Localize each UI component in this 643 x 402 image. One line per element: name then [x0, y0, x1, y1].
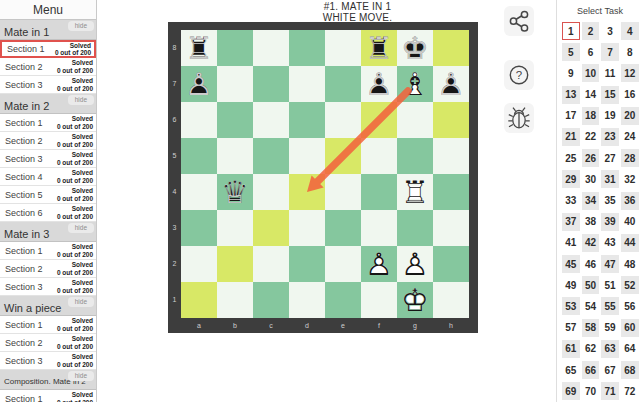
square-g8[interactable]: ♚♔ — [397, 30, 433, 66]
rank-label-2: 2 — [170, 260, 179, 268]
piece-white-pawn-g2[interactable]: ♟♙ — [397, 246, 433, 282]
square-h1[interactable] — [433, 282, 469, 318]
piece-white-rook-g4[interactable]: ♜♖ — [397, 174, 433, 210]
progress-label: 0 out of 200 — [57, 361, 93, 369]
task-cell-18[interactable]: 18 — [582, 107, 600, 125]
chess-board: ♜♖♜♖♚♔♟♙♟♙♝♗♟♙♛♕♜♖♟♙♟♙♚♔ 87654321abcdefg… — [168, 22, 478, 333]
piece-white-king-g1[interactable]: ♚♔ — [397, 282, 433, 318]
board-squares: ♜♖♜♖♚♔♟♙♟♙♝♗♟♙♛♕♜♖♟♙♟♙♚♔ — [181, 30, 469, 318]
square-g7[interactable]: ♝♗ — [397, 66, 433, 102]
piece-glyph-outline: ♗ — [397, 66, 433, 102]
app: Menu Mate in 1hideSection 1Solved0 out o… — [0, 0, 643, 402]
square-h5[interactable] — [433, 138, 469, 174]
section-status: Solved0 out of 200 — [57, 261, 93, 276]
square-d8[interactable] — [289, 30, 325, 66]
square-h6[interactable] — [433, 102, 469, 138]
progress-label: 0 out of 200 — [57, 325, 93, 333]
square-d7[interactable] — [289, 66, 325, 102]
rank-label-8: 8 — [170, 44, 179, 52]
task-cell-52[interactable]: 52 — [621, 276, 639, 294]
task-panel: Select Task 1234567891011121314151617181… — [556, 0, 643, 402]
square-f1[interactable] — [361, 282, 397, 318]
section-status: Solved0 out of 200 — [57, 77, 93, 92]
piece-glyph-outline: ♙ — [433, 66, 469, 102]
task-cell-22[interactable]: 22 — [582, 128, 600, 146]
square-b3[interactable] — [217, 210, 253, 246]
task-cell-47[interactable]: 47 — [601, 255, 619, 273]
task-cell-30[interactable]: 30 — [582, 170, 600, 188]
solved-label: Solved — [57, 243, 93, 251]
piece-glyph-outline: ♖ — [361, 30, 397, 66]
task-cell-14[interactable]: 14 — [582, 86, 600, 104]
square-d4[interactable] — [289, 174, 325, 210]
task-cell-50[interactable]: 50 — [582, 276, 600, 294]
sidebar-section-mate-in-2-section-3[interactable]: Section 3Solved0 out of 200 — [0, 150, 96, 168]
hide-button[interactable]: hide — [68, 223, 94, 233]
section-label: Section 3 — [5, 80, 43, 90]
bug-icon — [504, 103, 534, 133]
section-label: Section 1 — [7, 44, 45, 54]
square-d5[interactable] — [289, 138, 325, 174]
group-label: Mate in 2 — [4, 100, 49, 112]
group-header-mate-in-3: Mate in 3hide — [0, 222, 96, 242]
task-cell-62[interactable]: 62 — [582, 340, 600, 358]
task-cell-20[interactable]: 20 — [621, 107, 639, 125]
file-label-g: g — [397, 322, 433, 330]
group-label: Mate in 1 — [4, 26, 49, 38]
task-cell-19[interactable]: 19 — [601, 107, 619, 125]
hide-button[interactable]: hide — [68, 95, 94, 105]
section-status: Solved0 out of 200 — [57, 391, 93, 402]
piece-glyph-outline: ♙ — [361, 246, 397, 282]
task-cell-1[interactable]: 1 — [562, 22, 580, 40]
rank-label-6: 6 — [170, 116, 179, 124]
square-b7[interactable] — [217, 66, 253, 102]
task-cell-45[interactable]: 45 — [562, 255, 580, 273]
task-cell-60[interactable]: 60 — [621, 319, 639, 337]
task-cell-7[interactable]: 7 — [601, 43, 619, 61]
piece-black-rook-f8[interactable]: ♜♖ — [361, 30, 397, 66]
square-e8[interactable] — [325, 30, 361, 66]
task-cell-37[interactable]: 37 — [562, 213, 580, 231]
section-label: Section 3 — [5, 356, 43, 366]
piece-black-queen-b4[interactable]: ♛♕ — [217, 174, 253, 210]
progress-label: 0 out of 200 — [57, 251, 93, 259]
square-b1[interactable] — [217, 282, 253, 318]
square-h7[interactable]: ♟♙ — [433, 66, 469, 102]
piece-black-pawn-h7[interactable]: ♟♙ — [433, 66, 469, 102]
square-b2[interactable] — [217, 246, 253, 282]
task-cell-66[interactable]: 66 — [582, 361, 600, 379]
task-cell-16[interactable]: 16 — [621, 86, 639, 104]
square-a1[interactable] — [181, 282, 217, 318]
file-label-a: a — [181, 322, 217, 330]
task-cell-40[interactable]: 40 — [621, 213, 639, 231]
piece-glyph-outline: ♙ — [397, 246, 433, 282]
task-cell-71[interactable]: 71 — [601, 382, 619, 400]
section-label: Section 1 — [5, 246, 43, 256]
square-f8[interactable]: ♜♖ — [361, 30, 397, 66]
square-d1[interactable] — [289, 282, 325, 318]
square-e5[interactable] — [325, 138, 361, 174]
menu-title: Menu — [0, 0, 96, 20]
help-button[interactable]: ? — [504, 60, 534, 90]
task-cell-23[interactable]: 23 — [601, 128, 619, 146]
task-cell-32[interactable]: 32 — [621, 170, 639, 188]
rank-label-3: 3 — [170, 224, 179, 232]
sidebar-section-mate-in-3-section-1[interactable]: Section 1Solved0 out of 200 — [0, 242, 96, 260]
section-status: Solved0 out of 200 — [57, 151, 93, 166]
progress-label: 0 out of 200 — [57, 67, 93, 75]
hide-button[interactable]: hide — [68, 297, 94, 307]
square-e7[interactable] — [325, 66, 361, 102]
group-header-composition-mate-in-2: Composition. Mate in 2hide — [0, 370, 96, 390]
square-h4[interactable] — [433, 174, 469, 210]
square-a7[interactable]: ♟♙ — [181, 66, 217, 102]
square-a3[interactable] — [181, 210, 217, 246]
task-cell-48[interactable]: 48 — [621, 255, 639, 273]
sidebar-section-mate-in-2-section-1[interactable]: Section 1Solved0 out of 200 — [0, 114, 96, 132]
puzzle-title-line1: #1. MATE IN 1 — [180, 2, 535, 13]
file-label-h: h — [433, 322, 469, 330]
solved-label: Solved — [57, 205, 93, 213]
task-cell-38[interactable]: 38 — [582, 213, 600, 231]
square-g5[interactable] — [397, 138, 433, 174]
section-label: Section 5 — [5, 190, 43, 200]
progress-label: 0 out of 200 — [57, 123, 93, 131]
task-cell-57[interactable]: 57 — [562, 319, 580, 337]
piece-glyph-outline: ♙ — [181, 66, 217, 102]
task-cell-33[interactable]: 33 — [562, 192, 580, 210]
file-label-d: d — [289, 322, 325, 330]
section-label: Section 1 — [5, 320, 43, 330]
task-cell-54[interactable]: 54 — [582, 297, 600, 315]
section-status: Solved0 out of 200 — [57, 59, 93, 74]
square-g6[interactable] — [397, 102, 433, 138]
solved-label: Solved — [57, 77, 93, 85]
piece-glyph-outline: ♖ — [397, 174, 433, 210]
square-b6[interactable] — [217, 102, 253, 138]
section-status: Solved0 out of 200 — [55, 42, 91, 57]
task-cell-24[interactable]: 24 — [621, 128, 639, 146]
square-f5[interactable] — [361, 138, 397, 174]
sidebar: Menu Mate in 1hideSection 1Solved0 out o… — [0, 0, 97, 402]
sidebar-section-mate-in-1-section-1[interactable]: Section 1Solved0 out of 200 — [0, 40, 96, 58]
square-g4[interactable]: ♜♖ — [397, 174, 433, 210]
task-cell-29[interactable]: 29 — [562, 170, 580, 188]
sidebar-section-mate-in-3-section-2[interactable]: Section 2Solved0 out of 200 — [0, 260, 96, 278]
sidebar-section-win-a-piece-section-1[interactable]: Section 1Solved0 out of 200 — [0, 316, 96, 334]
square-f4[interactable] — [361, 174, 397, 210]
task-cell-2[interactable]: 2 — [582, 22, 600, 40]
sidebar-section-mate-in-2-section-4[interactable]: Section 4Solved0 out of 200 — [0, 168, 96, 186]
piece-glyph-outline: ♔ — [397, 30, 433, 66]
square-c4[interactable] — [253, 174, 289, 210]
task-cell-31[interactable]: 31 — [601, 170, 619, 188]
square-f6[interactable] — [361, 102, 397, 138]
task-cell-70[interactable]: 70 — [582, 382, 600, 400]
square-e1[interactable] — [325, 282, 361, 318]
progress-label: 0 out of 200 — [57, 213, 93, 221]
group-header-mate-in-1: Mate in 1hide — [0, 20, 96, 40]
section-label: Section 2 — [5, 338, 43, 348]
task-cell-15[interactable]: 15 — [601, 86, 619, 104]
task-cell-51[interactable]: 51 — [601, 276, 619, 294]
task-cell-43[interactable]: 43 — [601, 234, 619, 252]
solved-label: Solved — [57, 133, 93, 141]
section-label: Section 2 — [5, 62, 43, 72]
group-header-mate-in-2: Mate in 2hide — [0, 94, 96, 114]
solved-label: Solved — [55, 42, 91, 50]
square-e6[interactable] — [325, 102, 361, 138]
report-bug-button[interactable] — [504, 103, 534, 133]
square-a2[interactable] — [181, 246, 217, 282]
piece-glyph-outline: ♙ — [361, 66, 397, 102]
section-status: Solved0 out of 200 — [57, 133, 93, 148]
task-cell-35[interactable]: 35 — [601, 192, 619, 210]
task-cell-39[interactable]: 39 — [601, 213, 619, 231]
task-cell-17[interactable]: 17 — [562, 107, 580, 125]
section-status: Solved0 out of 200 — [57, 115, 93, 130]
progress-label: 0 out of 200 — [57, 287, 93, 295]
sidebar-section-mate-in-2-section-6[interactable]: Section 6Solved0 out of 200 — [0, 204, 96, 222]
progress-label: 0 out of 200 — [57, 141, 93, 149]
task-cell-58[interactable]: 58 — [582, 319, 600, 337]
share-button[interactable] — [504, 6, 534, 36]
task-cell-13[interactable]: 13 — [562, 86, 580, 104]
task-cell-11[interactable]: 11 — [601, 64, 619, 82]
task-cell-36[interactable]: 36 — [621, 192, 639, 210]
group-header-win-a-piece: Win a piecehide — [0, 296, 96, 316]
task-cell-21[interactable]: 21 — [562, 128, 580, 146]
square-a5[interactable] — [181, 138, 217, 174]
square-c1[interactable] — [253, 282, 289, 318]
hide-button[interactable]: hide — [68, 371, 94, 381]
solved-label: Solved — [57, 151, 93, 159]
task-cell-41[interactable]: 41 — [562, 234, 580, 252]
section-label: Section 2 — [5, 264, 43, 274]
task-cell-65[interactable]: 65 — [562, 361, 580, 379]
section-label: Section 3 — [5, 282, 43, 292]
square-h3[interactable] — [433, 210, 469, 246]
file-label-b: b — [217, 322, 253, 330]
solved-label: Solved — [57, 317, 93, 325]
task-cell-53[interactable]: 53 — [562, 297, 580, 315]
group-label: Mate in 3 — [4, 228, 49, 240]
sidebar-section-mate-in-2-section-2[interactable]: Section 2Solved0 out of 200 — [0, 132, 96, 150]
section-label: Section 6 — [5, 208, 43, 218]
task-cell-8[interactable]: 8 — [621, 43, 639, 61]
square-c8[interactable] — [253, 30, 289, 66]
sidebar-section-win-a-piece-section-2[interactable]: Section 2Solved0 out of 200 — [0, 334, 96, 352]
square-e4[interactable] — [325, 174, 361, 210]
hide-button[interactable]: hide — [68, 21, 94, 31]
square-e2[interactable] — [325, 246, 361, 282]
rank-label-5: 5 — [170, 152, 179, 160]
sidebar-section-mate-in-1-section-3[interactable]: Section 3Solved0 out of 200 — [0, 76, 96, 94]
section-status: Solved0 out of 200 — [57, 243, 93, 258]
section-status: Solved0 out of 200 — [57, 317, 93, 332]
share-icon — [504, 6, 534, 36]
section-label: Section 4 — [5, 172, 43, 182]
piece-black-pawn-f7[interactable]: ♟♙ — [361, 66, 397, 102]
task-cell-61[interactable]: 61 — [562, 340, 580, 358]
task-cell-27[interactable]: 27 — [601, 149, 619, 167]
sidebar-section-mate-in-2-section-5[interactable]: Section 5Solved0 out of 200 — [0, 186, 96, 204]
rank-label-1: 1 — [170, 296, 179, 304]
group-label: Win a piece — [4, 302, 61, 314]
piece-glyph-outline: ♔ — [397, 282, 433, 318]
progress-label: 0 out of 200 — [57, 159, 93, 167]
puzzle-title: #1. MATE IN 1 WHITE MOVE. — [180, 2, 535, 23]
task-cell-34[interactable]: 34 — [582, 192, 600, 210]
square-d2[interactable] — [289, 246, 325, 282]
task-cell-44[interactable]: 44 — [621, 234, 639, 252]
progress-label: 0 out of 200 — [57, 177, 93, 185]
task-cell-68[interactable]: 68 — [621, 361, 639, 379]
section-label: Section 1 — [5, 394, 43, 402]
task-cell-56[interactable]: 56 — [621, 297, 639, 315]
square-c3[interactable] — [253, 210, 289, 246]
sidebar-section-win-a-piece-section-3[interactable]: Section 3Solved0 out of 200 — [0, 352, 96, 370]
task-cell-69[interactable]: 69 — [562, 382, 580, 400]
square-a6[interactable] — [181, 102, 217, 138]
solved-label: Solved — [57, 115, 93, 123]
progress-label: 0 out of 200 — [57, 343, 93, 351]
section-label: Section 1 — [5, 118, 43, 128]
sidebar-section-composition-mate-in-2-section-1[interactable]: Section 1Solved0 out of 200 — [0, 390, 96, 402]
help-icon: ? — [504, 60, 534, 90]
square-c5[interactable] — [253, 138, 289, 174]
solved-label: Solved — [57, 353, 93, 361]
square-e3[interactable] — [325, 210, 361, 246]
task-cell-72[interactable]: 72 — [621, 382, 639, 400]
task-cell-55[interactable]: 55 — [601, 297, 619, 315]
menu-groups: Mate in 1hideSection 1Solved0 out of 200… — [0, 20, 96, 402]
square-d3[interactable] — [289, 210, 325, 246]
square-g1[interactable]: ♚♔ — [397, 282, 433, 318]
task-cell-28[interactable]: 28 — [621, 149, 639, 167]
square-b5[interactable] — [217, 138, 253, 174]
section-status: Solved0 out of 200 — [57, 169, 93, 184]
square-c7[interactable] — [253, 66, 289, 102]
piece-glyph-outline: ♕ — [217, 174, 253, 210]
svg-text:?: ? — [516, 69, 522, 81]
sidebar-section-mate-in-3-section-3[interactable]: Section 3Solved0 out of 200 — [0, 278, 96, 296]
task-cell-26[interactable]: 26 — [582, 149, 600, 167]
square-h2[interactable] — [433, 246, 469, 282]
task-cell-6[interactable]: 6 — [582, 43, 600, 61]
file-label-f: f — [361, 322, 397, 330]
section-status: Solved0 out of 200 — [57, 205, 93, 220]
solved-label: Solved — [57, 169, 93, 177]
square-f3[interactable] — [361, 210, 397, 246]
file-label-c: c — [253, 322, 289, 330]
progress-label: 0 out of 200 — [55, 49, 91, 57]
solved-label: Solved — [57, 187, 93, 195]
task-cell-10[interactable]: 10 — [582, 64, 600, 82]
section-status: Solved0 out of 200 — [57, 335, 93, 350]
square-a8[interactable]: ♜♖ — [181, 30, 217, 66]
section-status: Solved0 out of 200 — [57, 353, 93, 368]
section-label: Section 3 — [5, 154, 43, 164]
task-cell-4[interactable]: 4 — [621, 22, 639, 40]
task-cell-42[interactable]: 42 — [582, 234, 600, 252]
piece-glyph-outline: ♖ — [181, 30, 217, 66]
task-cell-5[interactable]: 5 — [562, 43, 580, 61]
task-cell-63[interactable]: 63 — [601, 340, 619, 358]
section-status: Solved0 out of 200 — [57, 279, 93, 294]
task-cell-9[interactable]: 9 — [562, 64, 580, 82]
square-g2[interactable]: ♟♙ — [397, 246, 433, 282]
square-f2[interactable]: ♟♙ — [361, 246, 397, 282]
section-label: Section 2 — [5, 136, 43, 146]
file-label-e: e — [325, 322, 361, 330]
progress-label: 0 out of 200 — [57, 269, 93, 277]
rank-label-7: 7 — [170, 80, 179, 88]
task-grid: 1234567891011121314151617181920212223242… — [562, 22, 639, 400]
solved-label: Solved — [57, 59, 93, 67]
piece-white-pawn-f2[interactable]: ♟♙ — [361, 246, 397, 282]
solved-label: Solved — [57, 261, 93, 269]
progress-label: 0 out of 200 — [57, 399, 93, 402]
piece-black-king-g8[interactable]: ♚♔ — [397, 30, 433, 66]
square-b4[interactable]: ♛♕ — [217, 174, 253, 210]
task-cell-49[interactable]: 49 — [562, 276, 580, 294]
square-c6[interactable] — [253, 102, 289, 138]
solved-label: Solved — [57, 335, 93, 343]
task-panel-title: Select Task — [557, 0, 643, 20]
square-g3[interactable] — [397, 210, 433, 246]
square-c2[interactable] — [253, 246, 289, 282]
square-d6[interactable] — [289, 102, 325, 138]
sidebar-section-mate-in-1-section-2[interactable]: Section 2Solved0 out of 200 — [0, 58, 96, 76]
task-cell-64[interactable]: 64 — [621, 340, 639, 358]
piece-white-bishop-g7[interactable]: ♝♗ — [397, 66, 433, 102]
solved-label: Solved — [57, 391, 93, 399]
section-status: Solved0 out of 200 — [57, 187, 93, 202]
square-h8[interactable] — [433, 30, 469, 66]
piece-black-pawn-a7[interactable]: ♟♙ — [181, 66, 217, 102]
square-a4[interactable] — [181, 174, 217, 210]
task-cell-3[interactable]: 3 — [601, 22, 619, 40]
square-b8[interactable] — [217, 30, 253, 66]
task-cell-46[interactable]: 46 — [582, 255, 600, 273]
square-f7[interactable]: ♟♙ — [361, 66, 397, 102]
task-cell-12[interactable]: 12 — [621, 64, 639, 82]
solved-label: Solved — [57, 279, 93, 287]
piece-black-rook-a8[interactable]: ♜♖ — [181, 30, 217, 66]
task-cell-67[interactable]: 67 — [601, 361, 619, 379]
task-cell-59[interactable]: 59 — [601, 319, 619, 337]
rank-label-4: 4 — [170, 188, 179, 196]
progress-label: 0 out of 200 — [57, 85, 93, 93]
progress-label: 0 out of 200 — [57, 195, 93, 203]
toolbar: ? — [504, 6, 534, 146]
task-cell-25[interactable]: 25 — [562, 149, 580, 167]
